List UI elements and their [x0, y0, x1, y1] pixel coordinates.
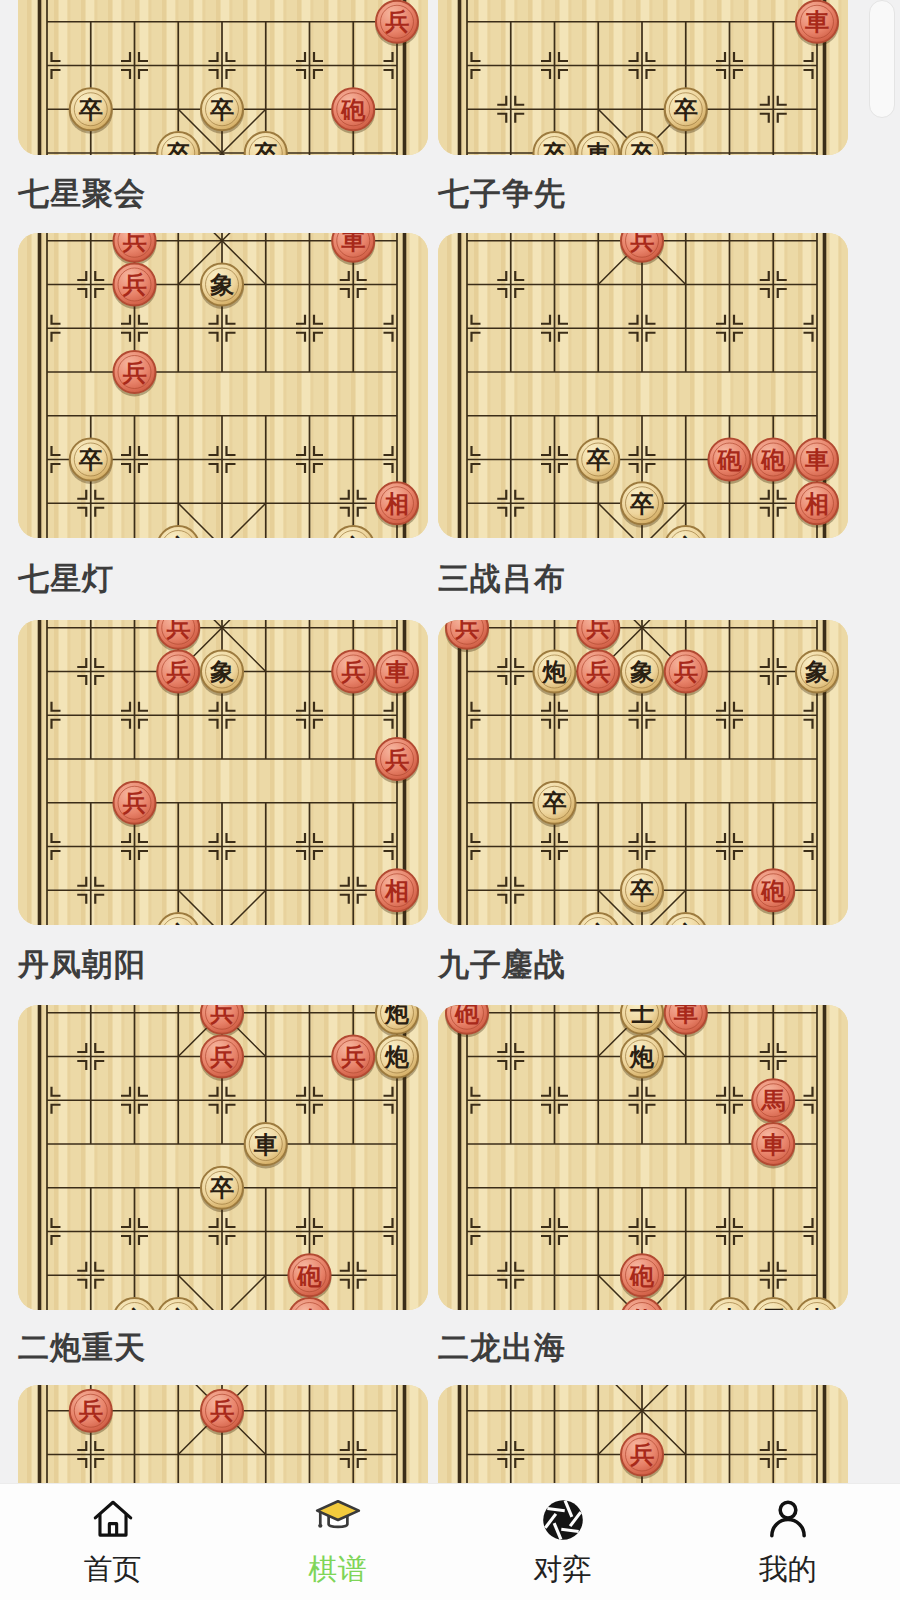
piece-red-red-soldier: 兵: [113, 351, 157, 397]
svg-text:兵: 兵: [630, 1441, 654, 1468]
piece-black-black-elephant: 象: [200, 264, 244, 310]
board-grid-row-2: 兵車兵象兵卒相卒卒 兵卒砲砲車卒相卒: [18, 233, 900, 538]
nav-item-home[interactable]: 首页: [0, 1484, 225, 1600]
svg-text:卒: 卒: [166, 921, 190, 925]
xiangqi-board: 兵兵象兵車兵兵相卒: [18, 620, 428, 925]
piece-red-red-soldier: 兵: [375, 738, 419, 784]
piece-red-red-cannon: 砲: [620, 1254, 664, 1300]
piece-red-red-cannon: 砲: [751, 439, 795, 485]
svg-text:卒: 卒: [674, 921, 698, 925]
board-thumbnail[interactable]: 兵兵象兵車兵兵相卒: [18, 620, 428, 925]
nav-label-play: 对弈: [534, 1550, 592, 1590]
piece-red-red-soldier: 兵: [375, 1, 419, 47]
piece-red-chariot: 車: [375, 651, 419, 697]
piece-red-red-soldier: 兵: [620, 1434, 664, 1480]
piece-red-red-soldier: 兵: [113, 782, 157, 828]
title-row-3: 丹凤朝阳 九子鏖战: [18, 925, 900, 1005]
svg-text:炮: 炮: [629, 1043, 655, 1070]
svg-text:車: 車: [805, 1306, 829, 1310]
board-thumbnail[interactable]: 兵兵炮兵象兵象卒卒砲卒卒: [438, 620, 848, 925]
svg-text:砲: 砲: [297, 1262, 323, 1289]
svg-text:卒: 卒: [123, 1306, 147, 1310]
svg-text:象: 象: [209, 271, 235, 298]
piece-black-black-elephant: 象: [620, 651, 664, 697]
board-title: 二炮重天: [18, 1327, 428, 1369]
nav-item-mine[interactable]: 我的: [675, 1484, 900, 1600]
svg-text:卒: 卒: [674, 96, 698, 123]
piece-red-red-cannon: 砲: [708, 439, 752, 485]
board-thumbnail[interactable]: 兵車兵象兵卒相卒卒: [18, 233, 428, 538]
svg-text:卒: 卒: [166, 1306, 190, 1310]
svg-text:車: 車: [674, 1005, 698, 1026]
piece-red-chariot: 車: [795, 1, 839, 47]
board-title: 九子鏖战: [438, 944, 848, 986]
xiangqi-board: 兵: [438, 1385, 848, 1483]
piece-black-black-cannon: 炮: [620, 1036, 664, 1082]
board-title: 丹凤朝阳: [18, 944, 428, 986]
svg-text:兵: 兵: [385, 8, 409, 35]
svg-text:卒: 卒: [210, 1174, 234, 1201]
piece-black-chariot: 車: [244, 1123, 288, 1169]
svg-text:兵: 兵: [123, 233, 147, 254]
svg-text:車: 車: [385, 658, 409, 685]
svg-text:兵: 兵: [210, 1397, 234, 1424]
xiangqi-board: 兵兵: [18, 1385, 428, 1483]
puzzle-list-page: 兵卒卒砲卒卒 車卒卒車卒 七星聚会 七子争先 兵車兵象兵卒相卒卒: [0, 0, 900, 1600]
board-title: 七子争先: [438, 173, 848, 215]
svg-text:馬: 馬: [760, 1087, 785, 1114]
board-title: 三战吕布: [438, 558, 848, 600]
svg-text:車: 車: [254, 1131, 278, 1158]
piece-red-red-soldier: 兵: [69, 1390, 113, 1436]
svg-text:象: 象: [209, 658, 235, 685]
person-icon: [763, 1495, 813, 1545]
nav-label-puzzles: 棋谱: [309, 1550, 367, 1590]
piece-red-chariot: 車: [795, 439, 839, 485]
board-title: 二龙出海: [438, 1327, 848, 1369]
piece-black-black-soldier: 卒: [620, 869, 664, 915]
scrollbar-thumb[interactable]: [869, 0, 895, 118]
piece-black-black-soldier: 卒: [200, 88, 244, 134]
svg-text:士: 士: [630, 1005, 654, 1026]
board-thumbnail[interactable]: 兵卒砲砲車卒相卒: [438, 233, 848, 538]
board-thumbnail[interactable]: 砲士車炮馬車砲仕車馬車: [438, 1005, 848, 1310]
board-thumbnail[interactable]: 兵: [438, 1385, 848, 1483]
bottom-navbar: 首页 棋谱 对弈 我的: [0, 1483, 900, 1600]
aperture-icon: [538, 1495, 588, 1545]
svg-text:砲: 砲: [760, 877, 786, 904]
svg-text:兵: 兵: [123, 359, 147, 386]
svg-text:砲: 砲: [454, 1005, 480, 1026]
nav-item-puzzles[interactable]: 棋谱: [225, 1484, 450, 1600]
nav-label-home: 首页: [84, 1550, 142, 1590]
svg-text:卒: 卒: [79, 446, 103, 473]
svg-text:車: 車: [805, 446, 829, 473]
svg-text:砲: 砲: [340, 96, 366, 123]
svg-text:兵: 兵: [674, 658, 698, 685]
title-row-1: 七星聚会 七子争先: [18, 155, 900, 233]
piece-red-red-soldier: 兵: [331, 651, 375, 697]
svg-text:兵: 兵: [166, 620, 190, 641]
svg-text:卒: 卒: [630, 877, 654, 904]
svg-text:卒: 卒: [543, 140, 567, 155]
piece-red-red-soldier: 兵: [331, 1036, 375, 1082]
piece-red-red-elephant: 相: [795, 482, 839, 528]
svg-text:兵: 兵: [79, 1397, 103, 1424]
piece-black-black-soldier: 卒: [620, 482, 664, 528]
board-thumbnail[interactable]: 兵兵: [18, 1385, 428, 1483]
svg-text:炮: 炮: [384, 1005, 410, 1026]
xiangqi-board: 兵車兵象兵卒相卒卒: [18, 233, 428, 538]
svg-text:車: 車: [761, 1131, 785, 1158]
svg-text:兵: 兵: [630, 233, 654, 254]
piece-red-chariot: 車: [751, 1123, 795, 1169]
piece-red-red-cannon: 砲: [331, 88, 375, 134]
piece-red-horse: 馬: [751, 1079, 795, 1125]
piece-black-black-soldier: 卒: [664, 88, 708, 134]
svg-text:卒: 卒: [586, 446, 610, 473]
board-grid-row-3: 兵兵象兵車兵兵相卒 兵兵炮兵象兵象卒卒砲卒卒: [18, 620, 900, 925]
svg-text:卒: 卒: [586, 921, 610, 925]
svg-text:卒: 卒: [674, 534, 698, 538]
graduation-cap-icon: [313, 1495, 363, 1545]
piece-red-red-soldier: 兵: [200, 1390, 244, 1436]
svg-text:砲: 砲: [760, 446, 786, 473]
piece-red-red-cannon: 砲: [751, 869, 795, 915]
piece-red-red-soldier: 兵: [156, 651, 200, 697]
board-title: 七星聚会: [18, 173, 428, 215]
svg-text:卒: 卒: [341, 534, 365, 538]
svg-text:兵: 兵: [166, 658, 190, 685]
svg-text:卒: 卒: [254, 140, 278, 155]
svg-text:兵: 兵: [455, 620, 479, 641]
svg-text:兵: 兵: [123, 789, 147, 816]
title-row-4: 二炮重天 二龙出海: [18, 1310, 900, 1385]
svg-text:卒: 卒: [630, 490, 654, 517]
piece-red-red-cannon: 砲: [288, 1254, 332, 1300]
title-row-2: 七星灯 三战吕布: [18, 538, 900, 620]
xiangqi-board: 砲士車炮馬車砲仕車馬車: [438, 1005, 848, 1310]
piece-black-black-cannon: 炮: [375, 1036, 419, 1082]
piece-red-red-soldier: 兵: [200, 1036, 244, 1082]
svg-text:卒: 卒: [210, 96, 234, 123]
svg-text:卒: 卒: [166, 534, 190, 538]
svg-text:車: 車: [586, 140, 610, 155]
board-grid-row-4: 兵炮兵兵炮車卒砲卒卒砲 砲士車炮馬車砲仕車馬車: [18, 1005, 900, 1310]
svg-text:相: 相: [804, 490, 829, 517]
board-grid-row-1: 兵卒卒砲卒卒 車卒卒車卒: [18, 0, 900, 155]
svg-text:仕: 仕: [629, 1306, 654, 1310]
piece-black-black-soldier: 卒: [200, 1167, 244, 1213]
svg-text:卒: 卒: [166, 140, 190, 155]
svg-text:兵: 兵: [210, 1043, 234, 1070]
svg-text:兵: 兵: [341, 658, 365, 685]
svg-text:卒: 卒: [630, 140, 654, 155]
piece-black-black-elephant: 象: [200, 651, 244, 697]
piece-black-black-elephant: 象: [795, 651, 839, 697]
board-thumbnail[interactable]: 車卒卒車卒: [438, 0, 848, 155]
board-title: 七星灯: [18, 558, 428, 600]
svg-text:馬: 馬: [760, 1306, 785, 1310]
svg-text:卒: 卒: [543, 789, 567, 816]
svg-text:相: 相: [384, 490, 409, 517]
board-thumbnail[interactable]: 兵炮兵兵炮車卒砲卒卒砲: [18, 1005, 428, 1310]
svg-text:兵: 兵: [341, 1043, 365, 1070]
xiangqi-board: 兵卒卒砲卒卒: [18, 0, 428, 155]
svg-text:砲: 砲: [717, 446, 743, 473]
home-icon: [88, 1495, 138, 1545]
piece-red-red-soldier: 兵: [113, 264, 157, 310]
nav-item-play[interactable]: 对弈: [450, 1484, 675, 1600]
xiangqi-board: 兵卒砲砲車卒相卒: [438, 233, 848, 538]
piece-black-black-soldier: 卒: [576, 439, 620, 485]
svg-text:象: 象: [804, 658, 830, 685]
svg-text:車: 車: [805, 8, 829, 35]
svg-text:兵: 兵: [586, 620, 610, 641]
svg-text:卒: 卒: [79, 96, 103, 123]
svg-text:兵: 兵: [210, 1005, 234, 1026]
piece-red-red-soldier: 兵: [664, 651, 708, 697]
svg-text:炮: 炮: [384, 1043, 410, 1070]
piece-black-black-soldier: 卒: [533, 782, 577, 828]
svg-text:車: 車: [341, 233, 365, 254]
svg-text:兵: 兵: [123, 271, 147, 298]
svg-text:砲: 砲: [629, 1262, 655, 1289]
svg-text:砲: 砲: [297, 1306, 323, 1310]
piece-red-red-elephant: 相: [375, 869, 419, 915]
piece-black-black-cannon: 炮: [533, 651, 577, 697]
piece-red-red-elephant: 相: [375, 482, 419, 528]
xiangqi-board: 兵兵炮兵象兵象卒卒砲卒卒: [438, 620, 848, 925]
board-grid-row-5: 兵兵 兵: [18, 1385, 900, 1483]
xiangqi-board: 車卒卒車卒: [438, 0, 848, 155]
board-thumbnail[interactable]: 兵卒卒砲卒卒: [18, 0, 428, 155]
nav-label-mine: 我的: [759, 1550, 817, 1590]
svg-text:炮: 炮: [542, 658, 568, 685]
svg-text:兵: 兵: [385, 746, 409, 773]
piece-black-black-soldier: 卒: [69, 88, 113, 134]
piece-black-black-soldier: 卒: [69, 439, 113, 485]
svg-text:兵: 兵: [586, 658, 610, 685]
svg-text:象: 象: [629, 658, 655, 685]
svg-text:相: 相: [384, 877, 409, 904]
svg-text:車: 車: [718, 1306, 742, 1310]
piece-red-red-soldier: 兵: [576, 651, 620, 697]
xiangqi-board: 兵炮兵兵炮車卒砲卒卒砲: [18, 1005, 428, 1310]
